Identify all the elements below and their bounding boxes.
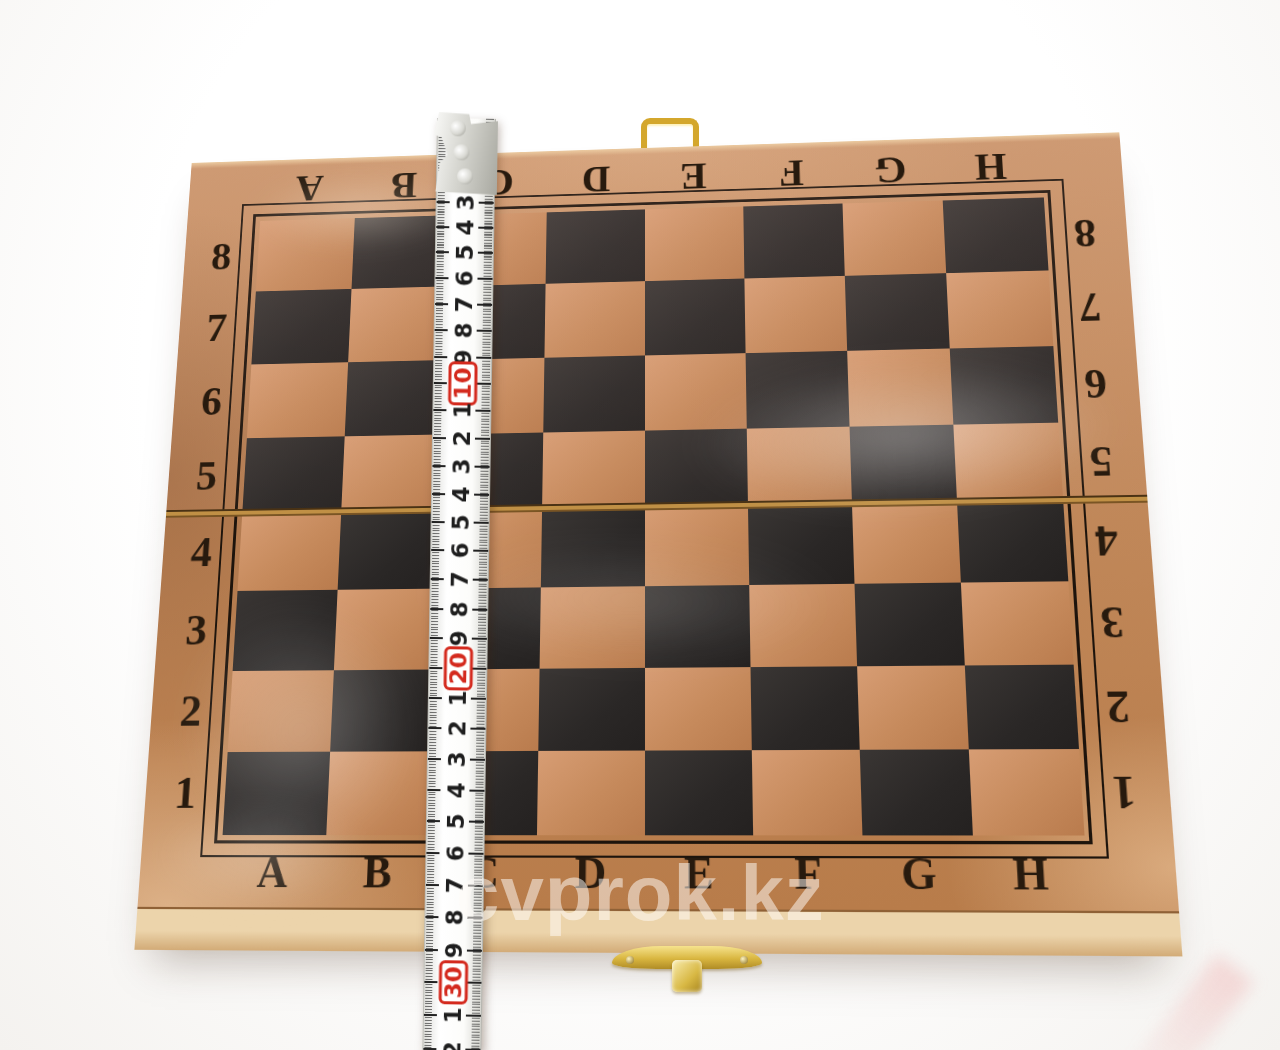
tape-number-2: 2 [440,1041,463,1050]
square-h4[interactable] [957,501,1068,583]
rank-label-right-3: 3 [1099,599,1125,645]
tape-number-10-red: 10 [447,361,477,405]
cm-tick [424,1014,437,1016]
cm-tick [426,884,439,886]
square-h3[interactable] [961,582,1074,665]
cm-tick [468,852,483,854]
tape-number-3: 3 [449,458,472,474]
tape-number-2: 2 [445,720,468,736]
cm-tick [468,884,483,886]
file-label-top-a: A [294,170,324,207]
square-g5[interactable] [849,424,957,504]
square-a2[interactable] [228,670,334,752]
cm-tick [473,579,488,581]
tape-number-4: 4 [453,219,476,235]
photo-artifact-streak [1113,954,1254,1050]
clip-rivet [450,120,466,136]
square-b4[interactable] [338,511,442,590]
cm-tick [474,521,489,523]
board-grid [223,197,1085,835]
rank-label-left-6: 6 [200,381,223,422]
cm-tick [434,355,447,357]
square-f1[interactable] [751,750,862,836]
cm-tick [466,1015,481,1017]
tape-number-4: 4 [444,782,467,798]
tape-number-4: 4 [449,486,472,502]
tape-number-1: 1 [441,1008,464,1024]
cm-tick [428,758,441,760]
square-e5[interactable] [645,428,748,507]
square-e1[interactable] [644,750,752,835]
tape-number-5: 5 [444,813,467,829]
cm-tick [436,251,449,253]
tape-number-6: 6 [443,845,466,861]
tape-number-7: 7 [448,572,471,588]
square-d3[interactable] [540,586,645,668]
rank-label-right-8: 8 [1073,212,1098,253]
file-label-bottom-d: D [574,850,606,895]
rank-label-right-5: 5 [1088,439,1114,483]
square-d4[interactable] [541,507,644,587]
clasp-screw-hole [740,956,748,964]
cm-tick [428,727,441,729]
rank-label-left-1: 1 [173,770,198,816]
clip-rivet [453,144,469,160]
tape-number-7: 7 [443,877,466,893]
square-g7[interactable] [845,273,950,350]
cm-tick [435,303,448,305]
square-f4[interactable] [748,504,855,585]
file-label-bottom-a: A [256,850,289,895]
cm-tick [429,697,442,699]
square-g4[interactable] [852,503,961,584]
cm-tick [433,437,446,439]
square-e8[interactable] [645,206,745,281]
square-a7[interactable] [251,289,351,364]
square-e2[interactable] [644,667,751,751]
tape-number-8: 8 [442,909,465,925]
square-b1[interactable] [326,751,434,835]
square-h1[interactable] [969,749,1085,836]
tape-number-3: 3 [445,751,468,767]
tape-number-3: 3 [454,194,477,210]
square-g1[interactable] [859,749,972,835]
cm-tick [426,852,439,854]
cm-tick [425,948,438,950]
cm-tick [430,637,443,639]
rank-label-left-5: 5 [195,455,219,497]
cm-tick [425,916,438,918]
square-a6[interactable] [247,362,348,438]
square-f5[interactable] [746,426,851,505]
cm-tick [467,949,482,951]
file-label-top-h: H [974,148,1008,186]
cm-tick [466,982,481,984]
tape-number-9: 9 [447,630,470,646]
cm-tick [431,549,444,551]
cm-tick [478,252,493,254]
cm-tick [471,697,486,699]
square-g8[interactable] [842,200,946,276]
tape-number-6: 6 [448,543,471,559]
square-e6[interactable] [645,353,747,431]
rank-label-right-4: 4 [1093,518,1119,563]
photo-stage: ABCDEFGHABCDEFGH8765432187654321 3456789… [0,0,1280,1050]
tape-number-8: 8 [452,322,475,338]
file-label-top-f: F [779,154,804,192]
rank-label-right-6: 6 [1083,362,1108,405]
cm-tick [432,492,445,494]
cm-tick [477,278,492,280]
square-d7[interactable] [545,281,645,357]
square-a3[interactable] [233,590,338,671]
square-d1[interactable] [537,750,644,835]
square-e4[interactable] [644,506,748,587]
file-label-bottom-g: G [900,851,937,897]
file-label-bottom-b: B [362,850,392,895]
square-d6[interactable] [544,355,645,432]
square-h8[interactable] [943,197,1049,273]
square-d5[interactable] [542,430,644,509]
square-f7[interactable] [744,276,847,353]
bottom-clasp [612,946,762,1006]
square-b3[interactable] [334,589,439,670]
cm-tick [475,410,490,412]
cm-tick [478,227,493,229]
square-b2[interactable] [330,669,436,751]
cm-tick [437,201,450,203]
rank-label-right-7: 7 [1078,286,1103,328]
cm-tick [475,437,490,439]
cm-tick [476,356,491,358]
square-d8[interactable] [546,209,645,284]
square-b6[interactable] [345,360,446,437]
cm-tick [477,330,492,332]
tape-number-5: 5 [453,245,476,261]
square-g3[interactable] [854,583,964,666]
board-face: ABCDEFGHABCDEFGH8765432187654321 [138,132,1179,911]
cm-tick [433,409,446,411]
cm-tick [479,202,494,204]
rank-label-left-8: 8 [210,238,233,277]
square-a5[interactable] [242,436,345,514]
rank-label-right-1: 1 [1110,768,1137,816]
tape-number-6: 6 [452,270,475,286]
square-f2[interactable] [750,666,859,750]
square-h5[interactable] [953,422,1063,502]
cm-tick [431,578,444,580]
square-f6[interactable] [745,350,849,428]
square-h7[interactable] [946,271,1053,348]
tape-number-9: 9 [442,942,465,958]
cm-tick [472,638,487,640]
cm-tick [432,521,445,523]
square-g2[interactable] [857,665,969,750]
cm-tick [475,465,490,467]
square-h6[interactable] [950,346,1059,425]
file-label-top-b: B [390,167,417,204]
cm-tick [473,550,488,552]
square-d2[interactable] [539,667,645,750]
cm-tick [477,303,492,305]
clip-rivet [457,168,473,184]
square-e3[interactable] [644,585,750,667]
square-a4[interactable] [238,512,342,591]
file-label-bottom-h: H [1012,851,1050,897]
tape-number-1: 1 [450,403,473,419]
cm-tick [471,667,486,669]
rank-label-left-3: 3 [184,609,208,653]
cm-tick [470,728,485,730]
rank-label-left-2: 2 [179,689,204,734]
tape-end-clip [433,112,498,195]
chess-board: ABCDEFGHABCDEFGH8765432187654321 [134,132,1182,956]
square-g6[interactable] [847,348,953,426]
file-label-bottom-e: E [684,850,714,896]
cm-tick [433,464,446,466]
cm-tick [470,759,485,761]
cm-tick [435,329,448,331]
cm-tick [424,981,437,983]
cm-tick [474,493,489,495]
cm-tick [427,789,440,791]
file-label-bottom-f: F [794,851,822,897]
tape-number-8: 8 [447,601,470,617]
square-f8[interactable] [743,203,845,278]
cm-tick [476,383,491,385]
square-a8[interactable] [256,218,355,292]
cm-tick [435,277,448,279]
square-h2[interactable] [965,664,1079,749]
cm-tick [467,917,482,919]
tape-number-20-red: 20 [443,646,473,690]
cm-tick [427,820,440,822]
square-e7[interactable] [645,279,746,355]
rank-label-left-4: 4 [190,531,214,574]
file-label-top-g: G [875,151,908,189]
square-b5[interactable] [341,434,443,512]
cm-tick [430,607,443,609]
cm-tick [469,790,484,792]
cm-tick [436,226,449,228]
rank-label-left-7: 7 [205,309,228,349]
tape-number-1: 1 [446,690,469,706]
tape-number-30-red: 30 [438,960,468,1004]
cm-tick [472,608,487,610]
tape-number-2: 2 [450,430,473,446]
rank-label-right-2: 2 [1105,683,1132,730]
cm-tick [469,821,484,823]
top-hinge [641,118,699,150]
square-f3[interactable] [749,584,857,667]
clasp-screw-hole [626,956,634,964]
tape-number-5: 5 [449,514,472,530]
cm-tick [434,382,447,384]
clasp-knob [672,960,702,992]
tape-number-7: 7 [452,296,475,312]
square-a1[interactable] [223,751,331,835]
cm-tick [429,667,442,669]
file-label-top-e: E [680,157,707,195]
file-label-top-d: D [581,160,610,198]
